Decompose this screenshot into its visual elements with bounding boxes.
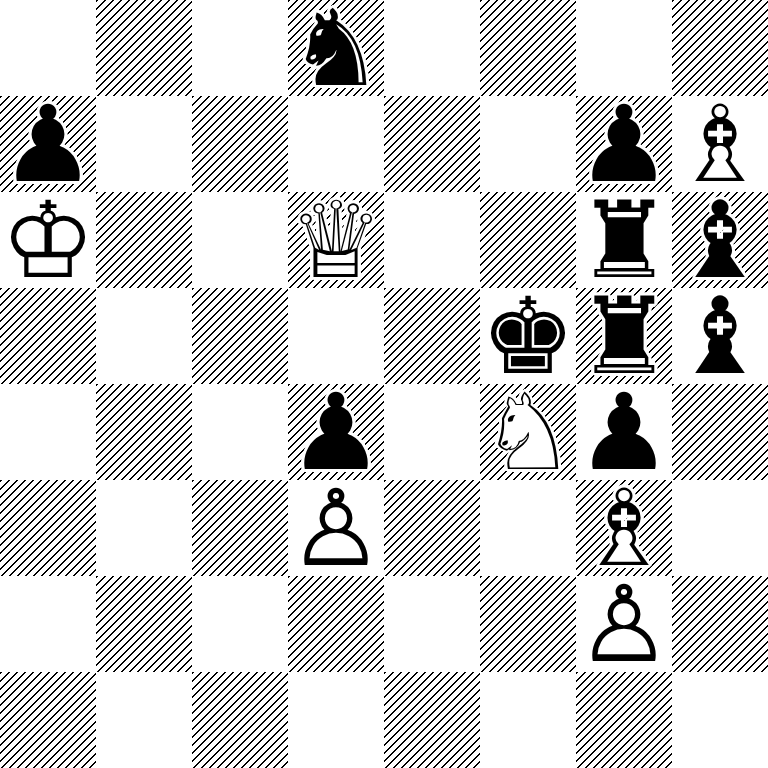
square-c6[interactable] bbox=[192, 192, 288, 288]
square-c2[interactable] bbox=[192, 576, 288, 672]
white-pawn-g2: ♟♙ bbox=[576, 576, 672, 672]
white-queen-icon: ♕ bbox=[288, 188, 383, 294]
square-h7[interactable]: ♝♗ bbox=[672, 96, 768, 192]
white-knight-f4: ♞♘ bbox=[480, 384, 576, 480]
square-a3[interactable] bbox=[0, 480, 96, 576]
black-king-f5: ♚ bbox=[480, 288, 576, 384]
white-king-fill: ♚ bbox=[0, 188, 95, 294]
square-d3[interactable]: ♟♙ bbox=[288, 480, 384, 576]
square-c8[interactable] bbox=[192, 0, 288, 96]
square-a1[interactable] bbox=[0, 672, 96, 768]
white-bishop-h7: ♝♗ bbox=[672, 96, 768, 192]
square-g1[interactable] bbox=[576, 672, 672, 768]
white-king-icon: ♔ bbox=[0, 188, 95, 294]
chess-board: ♞♟♟♝♗♚♔♛♕♜♝♚♜♝♟♞♘♟♟♙♝♗♟♙ bbox=[0, 0, 768, 768]
black-rook-g6: ♜ bbox=[576, 192, 672, 288]
white-queen-fill: ♛ bbox=[288, 188, 383, 294]
square-d1[interactable] bbox=[288, 672, 384, 768]
square-h6[interactable]: ♝ bbox=[672, 192, 768, 288]
square-f6[interactable] bbox=[480, 192, 576, 288]
black-rook-icon: ♜ bbox=[576, 284, 671, 390]
square-g4[interactable]: ♟ bbox=[576, 384, 672, 480]
black-bishop-icon: ♝ bbox=[672, 284, 767, 390]
square-c5[interactable] bbox=[192, 288, 288, 384]
square-a2[interactable] bbox=[0, 576, 96, 672]
square-f4[interactable]: ♞♘ bbox=[480, 384, 576, 480]
white-pawn-d3: ♟♙ bbox=[288, 480, 384, 576]
white-knight-fill: ♞ bbox=[480, 380, 575, 486]
square-e5[interactable] bbox=[384, 288, 480, 384]
black-rook-g5: ♜ bbox=[576, 288, 672, 384]
square-g5[interactable]: ♜ bbox=[576, 288, 672, 384]
square-h3[interactable] bbox=[672, 480, 768, 576]
square-e1[interactable] bbox=[384, 672, 480, 768]
square-c4[interactable] bbox=[192, 384, 288, 480]
black-king-icon: ♚ bbox=[480, 284, 575, 390]
square-b2[interactable] bbox=[96, 576, 192, 672]
square-e8[interactable] bbox=[384, 0, 480, 96]
square-f5[interactable]: ♚ bbox=[480, 288, 576, 384]
square-e2[interactable] bbox=[384, 576, 480, 672]
square-g3[interactable]: ♝♗ bbox=[576, 480, 672, 576]
square-h1[interactable] bbox=[672, 672, 768, 768]
white-pawn-fill: ♟ bbox=[288, 476, 383, 582]
white-pawn-fill: ♟ bbox=[576, 572, 671, 678]
white-pawn-icon: ♙ bbox=[576, 572, 671, 678]
square-b5[interactable] bbox=[96, 288, 192, 384]
square-d5[interactable] bbox=[288, 288, 384, 384]
square-h5[interactable]: ♝ bbox=[672, 288, 768, 384]
square-h8[interactable] bbox=[672, 0, 768, 96]
square-a6[interactable]: ♚♔ bbox=[0, 192, 96, 288]
white-king-a6: ♚♔ bbox=[0, 192, 96, 288]
black-knight-d8: ♞ bbox=[288, 0, 384, 96]
white-knight-icon: ♘ bbox=[480, 380, 575, 486]
square-g8[interactable] bbox=[576, 0, 672, 96]
square-a7[interactable]: ♟ bbox=[0, 96, 96, 192]
black-pawn-g7: ♟ bbox=[576, 96, 672, 192]
black-bishop-icon: ♝ bbox=[672, 188, 767, 294]
square-f8[interactable] bbox=[480, 0, 576, 96]
black-knight-icon: ♞ bbox=[288, 0, 383, 102]
white-bishop-fill: ♝ bbox=[672, 92, 767, 198]
black-pawn-a7: ♟ bbox=[0, 96, 96, 192]
white-queen-d6: ♛♕ bbox=[288, 192, 384, 288]
black-pawn-icon: ♟ bbox=[288, 380, 383, 486]
white-bishop-icon: ♗ bbox=[672, 92, 767, 198]
square-h2[interactable] bbox=[672, 576, 768, 672]
square-b1[interactable] bbox=[96, 672, 192, 768]
square-c7[interactable] bbox=[192, 96, 288, 192]
square-b3[interactable] bbox=[96, 480, 192, 576]
square-h4[interactable] bbox=[672, 384, 768, 480]
black-bishop-h5: ♝ bbox=[672, 288, 768, 384]
square-g7[interactable]: ♟ bbox=[576, 96, 672, 192]
square-c3[interactable] bbox=[192, 480, 288, 576]
square-b4[interactable] bbox=[96, 384, 192, 480]
square-f1[interactable] bbox=[480, 672, 576, 768]
square-a4[interactable] bbox=[0, 384, 96, 480]
square-f7[interactable] bbox=[480, 96, 576, 192]
square-d8[interactable]: ♞ bbox=[288, 0, 384, 96]
black-pawn-g4: ♟ bbox=[576, 384, 672, 480]
square-e4[interactable] bbox=[384, 384, 480, 480]
white-bishop-fill: ♝ bbox=[576, 476, 671, 582]
square-f3[interactable] bbox=[480, 480, 576, 576]
square-e7[interactable] bbox=[384, 96, 480, 192]
square-a5[interactable] bbox=[0, 288, 96, 384]
square-d4[interactable]: ♟ bbox=[288, 384, 384, 480]
black-pawn-d4: ♟ bbox=[288, 384, 384, 480]
square-d7[interactable] bbox=[288, 96, 384, 192]
square-c1[interactable] bbox=[192, 672, 288, 768]
white-bishop-icon: ♗ bbox=[576, 476, 671, 582]
black-bishop-h6: ♝ bbox=[672, 192, 768, 288]
square-e3[interactable] bbox=[384, 480, 480, 576]
black-rook-icon: ♜ bbox=[576, 188, 671, 294]
black-pawn-icon: ♟ bbox=[0, 92, 95, 198]
white-bishop-g3: ♝♗ bbox=[576, 480, 672, 576]
square-b7[interactable] bbox=[96, 96, 192, 192]
square-g6[interactable]: ♜ bbox=[576, 192, 672, 288]
square-g2[interactable]: ♟♙ bbox=[576, 576, 672, 672]
square-f2[interactable] bbox=[480, 576, 576, 672]
square-b6[interactable] bbox=[96, 192, 192, 288]
square-a8[interactable] bbox=[0, 0, 96, 96]
square-d6[interactable]: ♛♕ bbox=[288, 192, 384, 288]
square-b8[interactable] bbox=[96, 0, 192, 96]
black-pawn-icon: ♟ bbox=[576, 92, 671, 198]
square-d2[interactable] bbox=[288, 576, 384, 672]
black-pawn-icon: ♟ bbox=[576, 380, 671, 486]
white-pawn-icon: ♙ bbox=[288, 476, 383, 582]
square-e6[interactable] bbox=[384, 192, 480, 288]
